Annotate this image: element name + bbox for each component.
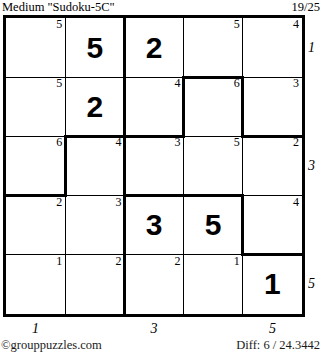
cage-border: [123, 194, 126, 256]
corner-clue: 6: [234, 77, 240, 90]
cell-r3c5[interactable]: 2: [243, 136, 302, 195]
corner-clue: 1: [234, 255, 240, 268]
cell-r3c1[interactable]: 6: [6, 136, 65, 195]
cell-value: 1: [264, 269, 281, 299]
cell-r1c2[interactable]: 5: [65, 18, 124, 77]
cell-r3c4[interactable]: 5: [184, 136, 243, 195]
cell-r2c3[interactable]: 4: [124, 77, 183, 136]
cage-border: [182, 76, 244, 79]
corner-clue: 4: [175, 77, 181, 90]
cell-r1c3[interactable]: 2: [124, 18, 183, 77]
footer: ©grouppuzzles.com Diff: 6 / 24.3442: [1, 338, 320, 354]
row-label-3: 3: [308, 136, 320, 195]
header: Medium "Sudoku-5C" 19/25: [2, 0, 320, 14]
cell-r3c2[interactable]: 4: [65, 136, 124, 195]
cage-border: [241, 76, 244, 138]
cage-border: [123, 76, 126, 138]
corner-clue: 4: [293, 18, 299, 31]
col-label-5: 5: [243, 320, 302, 338]
corner-clue: 6: [56, 136, 62, 149]
cell-r4c3[interactable]: 3: [124, 196, 183, 255]
cell-r5c2[interactable]: 2: [65, 255, 124, 314]
row-label-5: 5: [308, 255, 320, 314]
cage-border: [182, 194, 244, 197]
corner-clue: 2: [56, 196, 62, 209]
cell-r3c3[interactable]: 3: [124, 136, 183, 195]
cell-value: 3: [146, 210, 163, 240]
cell-r5c4[interactable]: 1: [184, 255, 243, 314]
cell-value: 2: [86, 92, 103, 122]
cell-r4c1[interactable]: 2: [6, 196, 65, 255]
corner-clue: 5: [234, 18, 240, 31]
cell-r4c2[interactable]: 3: [65, 196, 124, 255]
cell-r4c5[interactable]: 4: [243, 196, 302, 255]
cell-r1c5[interactable]: 4: [243, 18, 302, 77]
corner-clue: 5: [234, 136, 240, 149]
corner-clue: 3: [293, 77, 299, 90]
cage-border: [123, 135, 126, 197]
cell-value: 5: [86, 33, 103, 63]
cell-value: 5: [205, 210, 222, 240]
cage-border: [182, 76, 185, 138]
corner-clue: 5: [56, 77, 62, 90]
cage-border: [123, 253, 126, 315]
cell-value: 2: [146, 33, 163, 63]
corner-clue: 3: [115, 196, 121, 209]
cage-border: [64, 135, 67, 197]
cell-r1c4[interactable]: 5: [184, 18, 243, 77]
cells-remaining-counter: 19/25: [292, 0, 320, 14]
cage-border: [64, 135, 126, 138]
page-title: Medium "Sudoku-5C": [2, 0, 115, 14]
corner-clue: 5: [56, 18, 62, 31]
cell-r2c4[interactable]: 6: [184, 77, 243, 136]
cage-border: [123, 194, 185, 197]
cell-r2c1[interactable]: 5: [6, 77, 65, 136]
cage-border: [123, 17, 126, 79]
cell-r5c3[interactable]: 2: [124, 255, 183, 314]
row-label-1: 1: [308, 18, 320, 77]
cell-r2c2[interactable]: 2: [65, 77, 124, 136]
corner-clue: 4: [115, 136, 121, 149]
cage-border: [241, 135, 303, 138]
cell-r2c5[interactable]: 3: [243, 77, 302, 136]
col-label-1: 1: [6, 320, 65, 338]
corner-clue: 2: [175, 255, 181, 268]
difficulty-text: Diff: 6 / 24.3442: [236, 338, 320, 353]
cell-r1c1[interactable]: 5: [6, 18, 65, 77]
copyright-text: ©grouppuzzles.com: [1, 338, 102, 353]
corner-clue: 4: [293, 196, 299, 209]
cell-r5c1[interactable]: 1: [6, 255, 65, 314]
cage-border: [241, 253, 303, 256]
corner-clue: 3: [175, 136, 181, 149]
corner-clue: 1: [56, 255, 62, 268]
sudoku-5c-page: { "game": "Sudoku-5C (5x5 irregular cage…: [0, 0, 321, 355]
cage-border: [241, 194, 244, 256]
col-label-3: 3: [124, 320, 183, 338]
puzzle-board: 5525452463643522335412211: [3, 15, 305, 317]
corner-clue: 2: [115, 255, 121, 268]
corner-clue: 2: [293, 136, 299, 149]
cage-border: [123, 135, 185, 138]
cage-border: [5, 194, 67, 197]
cell-r4c4[interactable]: 5: [184, 196, 243, 255]
cell-r5c5[interactable]: 1: [243, 255, 302, 314]
